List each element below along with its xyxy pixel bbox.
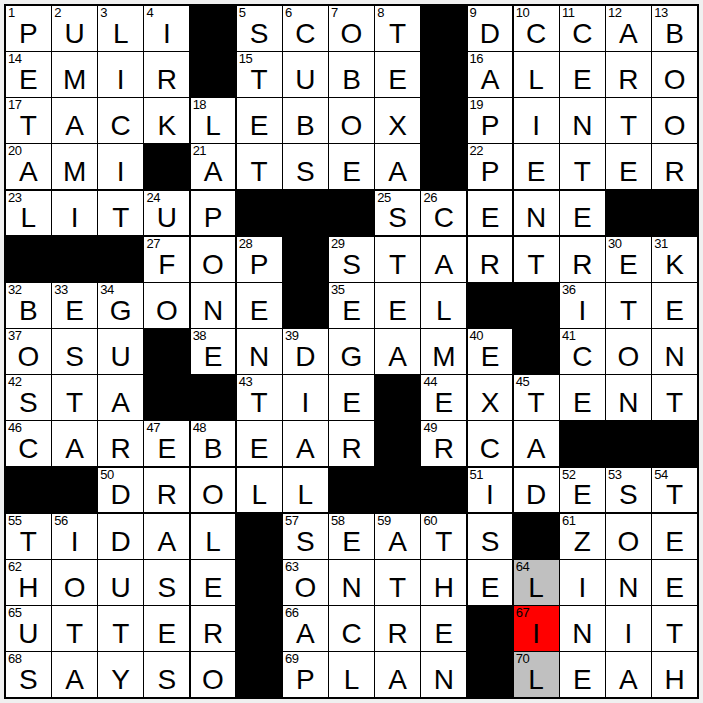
cell-r5c10[interactable]: 26C xyxy=(421,191,466,236)
block-r13c6 xyxy=(237,560,282,605)
cell-r15c2[interactable]: A xyxy=(52,652,97,697)
cell-r12c5[interactable]: L xyxy=(191,514,236,559)
cell-r1c3[interactable]: 3L xyxy=(98,6,143,51)
cell-letter: E xyxy=(652,297,697,325)
cell-letter: B xyxy=(283,112,328,140)
cell-r2c14[interactable]: R xyxy=(606,52,651,97)
clue-number: 23 xyxy=(8,191,21,205)
cell-letter: G xyxy=(98,297,143,325)
cell-r12c15[interactable]: E xyxy=(652,514,697,559)
cell-r3c1[interactable]: 17T xyxy=(6,98,51,143)
cell-letter: R xyxy=(606,66,651,94)
cell-letter: K xyxy=(144,112,189,140)
cell-r11c4[interactable]: R xyxy=(144,468,189,513)
cell-r13c3[interactable]: U xyxy=(98,560,143,605)
cell-r13c12[interactable]: 64L xyxy=(514,560,559,605)
cell-letter: E xyxy=(144,435,189,463)
cell-r9c12[interactable]: 45T xyxy=(514,375,559,420)
cell-r7c4[interactable]: O xyxy=(144,283,189,328)
cell-r12c7[interactable]: 57S xyxy=(283,514,328,559)
cell-letter: X xyxy=(375,112,420,140)
cell-r3c2[interactable]: A xyxy=(52,98,97,143)
cell-r10c7[interactable]: A xyxy=(283,421,328,466)
cell-r5c11[interactable]: E xyxy=(468,191,513,236)
cell-r1c9[interactable]: 8T xyxy=(375,6,420,51)
cell-letter: P xyxy=(468,158,513,186)
cell-r10c5[interactable]: 48B xyxy=(191,421,236,466)
cell-r6c8[interactable]: 29S xyxy=(329,237,374,282)
clue-number: 64 xyxy=(516,560,529,574)
cell-r3c11[interactable]: 19P xyxy=(468,98,513,143)
cell-letter: E xyxy=(191,343,236,371)
cell-r7c10[interactable]: L xyxy=(421,283,466,328)
cell-letter: H xyxy=(421,574,466,602)
cell-r1c13[interactable]: 11C xyxy=(560,6,605,51)
cell-r10c3[interactable]: R xyxy=(98,421,143,466)
block-r2c5 xyxy=(191,52,236,97)
cell-r10c6[interactable]: E xyxy=(237,421,282,466)
cell-letter: T xyxy=(52,620,97,648)
cell-r8c14[interactable]: O xyxy=(606,329,651,374)
cell-r13c1[interactable]: 62H xyxy=(6,560,51,605)
cell-r12c1[interactable]: 55T xyxy=(6,514,51,559)
cell-r9c10[interactable]: 44E xyxy=(421,375,466,420)
cell-r7c14[interactable]: T xyxy=(606,283,651,328)
cell-r5c2[interactable]: I xyxy=(52,191,97,236)
cell-r1c1[interactable]: 1P xyxy=(6,6,51,51)
cell-r1c2[interactable]: 2U xyxy=(52,6,97,51)
cell-r8c1[interactable]: 37O xyxy=(6,329,51,374)
cell-letter: B xyxy=(6,297,51,325)
cell-r12c10[interactable]: 60T xyxy=(421,514,466,559)
cell-r14c4[interactable]: E xyxy=(144,606,189,651)
cell-r15c12[interactable]: 70L xyxy=(514,652,559,697)
cell-r8c5[interactable]: 38E xyxy=(191,329,236,374)
cell-r12c8[interactable]: 58E xyxy=(329,514,374,559)
cell-r8c2[interactable]: S xyxy=(52,329,97,374)
cell-r3c12[interactable]: I xyxy=(514,98,559,143)
cell-r6c15[interactable]: 31K xyxy=(652,237,697,282)
cell-r3c14[interactable]: T xyxy=(606,98,651,143)
cell-letter: M xyxy=(52,66,97,94)
block-r8c4 xyxy=(144,329,189,374)
cell-r4c2[interactable]: M xyxy=(52,144,97,189)
cell-letter: I xyxy=(283,389,328,417)
cell-letter: R xyxy=(421,435,466,463)
cell-r14c13[interactable]: N xyxy=(560,606,605,651)
block-r6c2 xyxy=(52,237,97,282)
cell-r14c9[interactable]: R xyxy=(375,606,420,651)
cell-r5c9[interactable]: 25S xyxy=(375,191,420,236)
block-r10c13 xyxy=(560,421,605,466)
cell-r4c3[interactable]: I xyxy=(98,144,143,189)
cell-r10c2[interactable]: A xyxy=(52,421,97,466)
cell-letter: T xyxy=(606,297,651,325)
cell-letter: A xyxy=(421,251,466,279)
cell-letter: C xyxy=(421,204,466,232)
cell-letter: C xyxy=(329,620,374,648)
cell-r11c15[interactable]: 54T xyxy=(652,468,697,513)
cell-r8c9[interactable]: A xyxy=(375,329,420,374)
cell-r2c9[interactable]: E xyxy=(375,52,420,97)
cell-r6c6[interactable]: 28P xyxy=(237,237,282,282)
cell-letter: E xyxy=(468,343,513,371)
cell-letter: F xyxy=(144,251,189,279)
cell-letter: E xyxy=(468,574,513,602)
cell-r3c9[interactable]: X xyxy=(375,98,420,143)
cell-r4c13[interactable]: T xyxy=(560,144,605,189)
cell-r11c5[interactable]: O xyxy=(191,468,236,513)
block-r9c4 xyxy=(144,375,189,420)
cell-r4c15[interactable]: R xyxy=(652,144,697,189)
cell-r13c11[interactable]: E xyxy=(468,560,513,605)
cell-r6c9[interactable]: T xyxy=(375,237,420,282)
cell-r4c5[interactable]: 21A xyxy=(191,144,236,189)
cell-r10c11[interactable]: C xyxy=(468,421,513,466)
cell-r1c11[interactable]: 9D xyxy=(468,6,513,51)
cell-r1c6[interactable]: 5S xyxy=(237,6,282,51)
cell-r11c6[interactable]: L xyxy=(237,468,282,513)
cell-r6c4[interactable]: 27F xyxy=(144,237,189,282)
cell-r7c9[interactable]: E xyxy=(375,283,420,328)
cell-r5c5[interactable]: P xyxy=(191,191,236,236)
cell-r9c13[interactable]: E xyxy=(560,375,605,420)
cell-r1c7[interactable]: 6C xyxy=(283,6,328,51)
crossword-grid: 1P2U3L4I5S6C7O8T9D10C11C12A13B14EMIR15TU… xyxy=(4,4,699,699)
cell-letter: A xyxy=(283,620,328,648)
cell-letter: O xyxy=(606,343,651,371)
cell-r15c3[interactable]: Y xyxy=(98,652,143,697)
cell-letter: A xyxy=(514,435,559,463)
cell-r3c4[interactable]: K xyxy=(144,98,189,143)
cell-r15c14[interactable]: A xyxy=(606,652,651,697)
cell-r14c5[interactable]: R xyxy=(191,606,236,651)
cell-r13c5[interactable]: E xyxy=(191,560,236,605)
cell-letter: T xyxy=(375,20,420,48)
clue-number: 7 xyxy=(331,6,338,20)
cell-letter: D xyxy=(468,20,513,48)
block-r6c7 xyxy=(283,237,328,282)
cell-r3c5[interactable]: 18L xyxy=(191,98,236,143)
cell-letter: T xyxy=(652,481,697,509)
cell-r14c8[interactable]: C xyxy=(329,606,374,651)
cell-r4c1[interactable]: 20A xyxy=(6,144,51,189)
cell-letter: E xyxy=(329,297,374,325)
cell-letter: O xyxy=(191,481,236,509)
cell-r15c7[interactable]: 69P xyxy=(283,652,328,697)
cell-r2c2[interactable]: M xyxy=(52,52,97,97)
cell-r13c4[interactable]: S xyxy=(144,560,189,605)
cell-letter: S xyxy=(237,20,282,48)
cell-r9c8[interactable]: E xyxy=(329,375,374,420)
cell-r4c8[interactable]: E xyxy=(329,144,374,189)
cell-r7c15[interactable]: E xyxy=(652,283,697,328)
block-r6c3 xyxy=(98,237,143,282)
cell-letter: N xyxy=(560,620,605,648)
cell-r13c2[interactable]: O xyxy=(52,560,97,605)
cell-r14c3[interactable]: T xyxy=(98,606,143,651)
cell-r6c11[interactable]: R xyxy=(468,237,513,282)
cell-letter: U xyxy=(98,574,143,602)
cell-r3c3[interactable]: C xyxy=(98,98,143,143)
cell-r3c7[interactable]: B xyxy=(283,98,328,143)
cell-r1c8[interactable]: 7O xyxy=(329,6,374,51)
cell-letter: T xyxy=(375,251,420,279)
cell-r15c1[interactable]: 68S xyxy=(6,652,51,697)
cell-r8c15[interactable]: N xyxy=(652,329,697,374)
cell-letter: O xyxy=(283,574,328,602)
cell-r8c10[interactable]: M xyxy=(421,329,466,374)
cell-letter: R xyxy=(468,251,513,279)
cell-r9c2[interactable]: T xyxy=(52,375,97,420)
cell-letter: L xyxy=(98,20,143,48)
cell-r15c15[interactable]: H xyxy=(652,652,697,697)
block-r5c8 xyxy=(329,191,374,236)
cell-r11c11[interactable]: 51I xyxy=(468,468,513,513)
cell-letter: E xyxy=(375,297,420,325)
cell-letter: C xyxy=(560,20,605,48)
cell-r13c15[interactable]: E xyxy=(652,560,697,605)
block-r8c12 xyxy=(514,329,559,374)
cell-r8c6[interactable]: N xyxy=(237,329,282,374)
cell-letter: E xyxy=(191,574,236,602)
cell-letter: E xyxy=(606,251,651,279)
cell-r13c9[interactable]: T xyxy=(375,560,420,605)
cell-letter: E xyxy=(560,481,605,509)
cell-r9c7[interactable]: I xyxy=(283,375,328,420)
cell-r15c10[interactable]: N xyxy=(421,652,466,697)
cell-r6c12[interactable]: T xyxy=(514,237,559,282)
cell-r15c4[interactable]: S xyxy=(144,652,189,697)
cell-r11c3[interactable]: 50D xyxy=(98,468,143,513)
cell-r1c15[interactable]: 13B xyxy=(652,6,697,51)
cell-letter: S xyxy=(144,574,189,602)
cell-letter: S xyxy=(52,343,97,371)
cell-letter: R xyxy=(652,158,697,186)
cell-r14c12-cursor[interactable]: 67I xyxy=(514,606,559,651)
cell-r11c14[interactable]: 53S xyxy=(606,468,651,513)
cell-letter: H xyxy=(652,666,697,694)
cell-letter: Z xyxy=(560,528,605,556)
cell-r4c14[interactable]: E xyxy=(606,144,651,189)
block-r5c6 xyxy=(237,191,282,236)
cell-r6c10[interactable]: A xyxy=(421,237,466,282)
cell-letter: D xyxy=(98,528,143,556)
cell-r14c7[interactable]: 66A xyxy=(283,606,328,651)
cell-letter: O xyxy=(144,297,189,325)
cell-r9c6[interactable]: 43T xyxy=(237,375,282,420)
block-r9c9 xyxy=(375,375,420,420)
cell-r8c8[interactable]: G xyxy=(329,329,374,374)
cell-r2c8[interactable]: B xyxy=(329,52,374,97)
cell-r4c12[interactable]: E xyxy=(514,144,559,189)
cell-letter: U xyxy=(144,204,189,232)
block-r10c9 xyxy=(375,421,420,466)
cell-r7c8[interactable]: 35E xyxy=(329,283,374,328)
cell-r10c12[interactable]: A xyxy=(514,421,559,466)
cell-r13c7[interactable]: 63O xyxy=(283,560,328,605)
cell-r15c5[interactable]: O xyxy=(191,652,236,697)
cell-r12c13[interactable]: 61Z xyxy=(560,514,605,559)
cell-r4c9[interactable]: A xyxy=(375,144,420,189)
block-r5c7 xyxy=(283,191,328,236)
cell-r12c4[interactable]: A xyxy=(144,514,189,559)
cell-r11c13[interactable]: 52E xyxy=(560,468,605,513)
cell-r15c9[interactable]: A xyxy=(375,652,420,697)
cell-letter: T xyxy=(237,158,282,186)
cell-r7c6[interactable]: E xyxy=(237,283,282,328)
cell-letter: S xyxy=(6,666,51,694)
cell-r12c3[interactable]: D xyxy=(98,514,143,559)
cell-r5c4[interactable]: 24U xyxy=(144,191,189,236)
cell-r13c13[interactable]: I xyxy=(560,560,605,605)
cell-r2c15[interactable]: O xyxy=(652,52,697,97)
cell-r11c7[interactable]: L xyxy=(283,468,328,513)
cell-r15c13[interactable]: E xyxy=(560,652,605,697)
cell-letter: O xyxy=(191,666,236,694)
cell-r12c9[interactable]: 59A xyxy=(375,514,420,559)
cell-r2c13[interactable]: E xyxy=(560,52,605,97)
cell-r7c5[interactable]: N xyxy=(191,283,236,328)
cell-letter: E xyxy=(6,66,51,94)
cell-letter: S xyxy=(283,528,328,556)
block-r7c7 xyxy=(283,283,328,328)
cell-letter: I xyxy=(144,20,189,48)
cell-r14c1[interactable]: 65U xyxy=(6,606,51,651)
cell-r12c2[interactable]: 56I xyxy=(52,514,97,559)
cell-r6c5[interactable]: O xyxy=(191,237,236,282)
cell-r1c4[interactable]: 4I xyxy=(144,6,189,51)
cell-r1c14[interactable]: 12A xyxy=(606,6,651,51)
cell-r8c11[interactable]: 40E xyxy=(468,329,513,374)
clue-number: 2 xyxy=(54,6,61,20)
block-r4c4 xyxy=(144,144,189,189)
cell-r7c13[interactable]: 36I xyxy=(560,283,605,328)
cell-letter: U xyxy=(98,343,143,371)
cell-r7c3[interactable]: 34G xyxy=(98,283,143,328)
cell-r2c1[interactable]: 14E xyxy=(6,52,51,97)
cell-r2c7[interactable]: U xyxy=(283,52,328,97)
block-r5c14 xyxy=(606,191,651,236)
cell-letter: M xyxy=(52,158,97,186)
cell-r15c8[interactable]: L xyxy=(329,652,374,697)
cell-r14c2[interactable]: T xyxy=(52,606,97,651)
cell-r14c10[interactable]: E xyxy=(421,606,466,651)
clue-number: 36 xyxy=(562,283,575,297)
cell-r9c14[interactable]: N xyxy=(606,375,651,420)
cell-letter: E xyxy=(560,666,605,694)
cell-letter: E xyxy=(329,528,374,556)
cell-letter: L xyxy=(6,204,51,232)
cell-r3c6[interactable]: E xyxy=(237,98,282,143)
cell-r12c14[interactable]: O xyxy=(606,514,651,559)
cell-r2c6[interactable]: 15T xyxy=(237,52,282,97)
cell-r4c11[interactable]: 22P xyxy=(468,144,513,189)
cell-letter: O xyxy=(191,251,236,279)
cell-letter: A xyxy=(606,666,651,694)
cell-letter: I xyxy=(514,112,559,140)
cell-r4c6[interactable]: T xyxy=(237,144,282,189)
cell-r1c12[interactable]: 10C xyxy=(514,6,559,51)
cell-letter: I xyxy=(52,528,97,556)
cell-letter: P xyxy=(468,112,513,140)
cell-letter: E xyxy=(237,435,282,463)
block-r6c1 xyxy=(6,237,51,282)
cell-r6c14[interactable]: 30E xyxy=(606,237,651,282)
cell-r5c12[interactable]: N xyxy=(514,191,559,236)
cell-r13c8[interactable]: N xyxy=(329,560,374,605)
cell-letter: A xyxy=(468,66,513,94)
cell-r2c3[interactable]: I xyxy=(98,52,143,97)
cell-letter: T xyxy=(375,574,420,602)
block-r4c10 xyxy=(421,144,466,189)
cell-r8c13[interactable]: 41C xyxy=(560,329,605,374)
cell-r4c7[interactable]: S xyxy=(283,144,328,189)
cell-r14c14[interactable]: I xyxy=(606,606,651,651)
cell-letter: A xyxy=(6,158,51,186)
cell-r5c13[interactable]: E xyxy=(560,191,605,236)
cell-letter: C xyxy=(514,20,559,48)
cell-r9c11[interactable]: X xyxy=(468,375,513,420)
cell-letter: S xyxy=(606,481,651,509)
cell-r8c7[interactable]: 39D xyxy=(283,329,328,374)
cell-r13c14[interactable]: N xyxy=(606,560,651,605)
cell-r6c13[interactable]: R xyxy=(560,237,605,282)
cell-letter: R xyxy=(375,620,420,648)
cell-r3c8[interactable]: O xyxy=(329,98,374,143)
cell-r9c15[interactable]: T xyxy=(652,375,697,420)
cell-letter: L xyxy=(514,574,559,602)
block-r1c10 xyxy=(421,6,466,51)
cell-r9c3[interactable]: A xyxy=(98,375,143,420)
cell-r8c3[interactable]: U xyxy=(98,329,143,374)
cell-letter: O xyxy=(652,112,697,140)
block-r1c5 xyxy=(191,6,236,51)
cell-r10c1[interactable]: 46C xyxy=(6,421,51,466)
cell-r2c4[interactable]: R xyxy=(144,52,189,97)
cell-letter: S xyxy=(329,251,374,279)
cell-r5c3[interactable]: T xyxy=(98,191,143,236)
cell-letter: A xyxy=(98,389,143,417)
cell-r3c15[interactable]: O xyxy=(652,98,697,143)
clue-number: 67 xyxy=(516,606,529,620)
cell-r10c10[interactable]: 49R xyxy=(421,421,466,466)
cell-r14c15[interactable]: T xyxy=(652,606,697,651)
cell-r12c11[interactable]: S xyxy=(468,514,513,559)
cell-r10c4[interactable]: 47E xyxy=(144,421,189,466)
cell-r3c13[interactable]: N xyxy=(560,98,605,143)
cell-letter: T xyxy=(98,620,143,648)
cell-letter: N xyxy=(606,574,651,602)
cell-letter: L xyxy=(191,112,236,140)
cell-letter: S xyxy=(468,528,513,556)
cell-r9c1[interactable]: 42S xyxy=(6,375,51,420)
cell-letter: A xyxy=(375,343,420,371)
cell-r7c1[interactable]: 32B xyxy=(6,283,51,328)
cell-r2c12[interactable]: L xyxy=(514,52,559,97)
cell-r13c10[interactable]: H xyxy=(421,560,466,605)
clue-number: 56 xyxy=(54,514,67,528)
cell-letter: T xyxy=(606,112,651,140)
cell-letter: R xyxy=(560,251,605,279)
cell-letter: K xyxy=(652,251,697,279)
cell-letter: P xyxy=(237,251,282,279)
cell-r2c11[interactable]: 16A xyxy=(468,52,513,97)
cell-r5c1[interactable]: 23L xyxy=(6,191,51,236)
cell-r11c12[interactable]: D xyxy=(514,468,559,513)
cell-r7c2[interactable]: 33E xyxy=(52,283,97,328)
cell-r10c8[interactable]: R xyxy=(329,421,374,466)
